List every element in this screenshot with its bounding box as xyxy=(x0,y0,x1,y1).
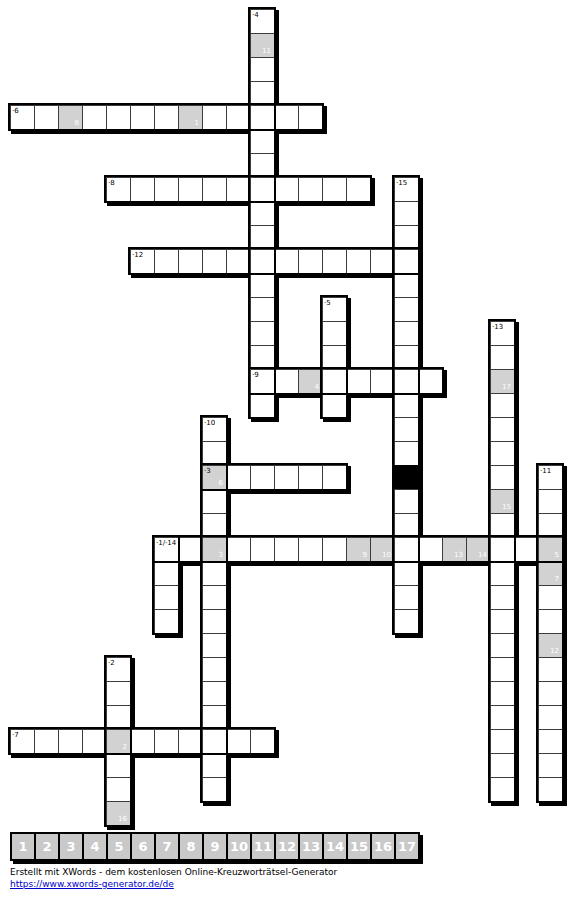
grid-cell[interactable] xyxy=(298,177,323,202)
grid-cell[interactable] xyxy=(130,729,155,754)
grid-cell[interactable] xyxy=(106,753,131,778)
grid-cell[interactable] xyxy=(202,705,227,730)
grid-cell[interactable] xyxy=(202,441,227,466)
solution-letter-cell[interactable] xyxy=(298,369,323,394)
grid-cell[interactable] xyxy=(322,297,347,322)
grid-cell[interactable] xyxy=(250,81,275,106)
grid-cell[interactable] xyxy=(274,177,299,202)
grid-cell[interactable] xyxy=(106,705,131,730)
grid-cell[interactable] xyxy=(130,105,155,130)
grid-cell[interactable] xyxy=(106,105,131,130)
grid-cell[interactable] xyxy=(226,249,251,274)
grid-cell[interactable] xyxy=(58,729,83,754)
grid-cell[interactable] xyxy=(322,369,347,394)
solution-bar-cell-15[interactable]: 15 xyxy=(346,832,372,861)
solution-letter-cell[interactable] xyxy=(538,561,563,586)
grid-cell[interactable] xyxy=(250,465,275,490)
black-cell xyxy=(394,465,419,490)
grid-cell[interactable] xyxy=(394,369,419,394)
grid-cell[interactable] xyxy=(202,609,227,634)
solution-bar-cell-6[interactable]: 6 xyxy=(130,832,156,861)
grid-cell[interactable] xyxy=(490,465,515,490)
grid-cell[interactable] xyxy=(322,249,347,274)
grid-cell[interactable] xyxy=(130,249,155,274)
grid-cell[interactable] xyxy=(250,321,275,346)
solution-letter-cell[interactable] xyxy=(178,105,203,130)
grid-cell[interactable] xyxy=(178,177,203,202)
grid-cell[interactable] xyxy=(394,513,419,538)
grid-cell[interactable] xyxy=(490,729,515,754)
grid-cell[interactable] xyxy=(490,417,515,442)
solution-bar-cell-17[interactable]: 17 xyxy=(394,832,420,861)
grid-cell[interactable] xyxy=(490,321,515,346)
grid-cell[interactable] xyxy=(490,513,515,538)
solution-bar-cell-11[interactable]: 11 xyxy=(250,832,276,861)
grid-cell[interactable] xyxy=(250,201,275,226)
grid-cell[interactable] xyxy=(394,561,419,586)
grid-cell[interactable] xyxy=(250,729,275,754)
crossword-board: ·4·6·8·15·12·5·13·9·10·3·11·1/·14·2·7118… xyxy=(0,0,570,898)
grid-cell[interactable] xyxy=(394,393,419,418)
grid-cell[interactable] xyxy=(394,201,419,226)
grid-cell[interactable] xyxy=(154,585,179,610)
grid-cell[interactable] xyxy=(322,321,347,346)
solution-bar-cell-10[interactable]: 10 xyxy=(226,832,252,861)
solution-letter-cell[interactable] xyxy=(538,633,563,658)
solution-letter-cell[interactable] xyxy=(442,537,467,562)
grid-cell[interactable] xyxy=(10,729,35,754)
grid-cell[interactable] xyxy=(490,441,515,466)
grid-cell[interactable] xyxy=(178,729,203,754)
grid-cell[interactable] xyxy=(298,537,323,562)
grid-cell[interactable] xyxy=(346,249,371,274)
solution-letter-cell[interactable] xyxy=(202,465,227,490)
grid-cell[interactable] xyxy=(202,489,227,514)
solution-bar: 1234567891011121314151617 xyxy=(10,832,420,861)
grid-cell[interactable] xyxy=(394,273,419,298)
grid-cell[interactable] xyxy=(154,105,179,130)
grid-cell[interactable] xyxy=(490,753,515,778)
grid-cell[interactable] xyxy=(226,105,251,130)
grid-cell[interactable] xyxy=(490,393,515,418)
grid-cell[interactable] xyxy=(322,345,347,370)
grid-cell[interactable] xyxy=(202,753,227,778)
grid-cell[interactable] xyxy=(154,729,179,754)
grid-cell[interactable] xyxy=(106,681,131,706)
grid-cell[interactable] xyxy=(298,249,323,274)
grid-cell[interactable] xyxy=(538,753,563,778)
grid-cell[interactable] xyxy=(346,369,371,394)
grid-cell[interactable] xyxy=(226,537,251,562)
solution-bar-cell-12[interactable]: 12 xyxy=(274,832,300,861)
grid-cell[interactable] xyxy=(394,417,419,442)
grid-cell[interactable] xyxy=(154,561,179,586)
grid-cell[interactable] xyxy=(322,537,347,562)
grid-cell[interactable] xyxy=(202,777,227,802)
solution-letter-cell[interactable] xyxy=(466,537,491,562)
grid-cell[interactable] xyxy=(106,657,131,682)
grid-cell[interactable] xyxy=(322,465,347,490)
grid-cell[interactable] xyxy=(202,633,227,658)
grid-cell[interactable] xyxy=(394,585,419,610)
grid-cell[interactable] xyxy=(538,585,563,610)
grid-cell[interactable] xyxy=(202,681,227,706)
solution-bar-cell-16[interactable]: 16 xyxy=(370,832,396,861)
grid-cell[interactable] xyxy=(250,153,275,178)
grid-cell[interactable] xyxy=(250,129,275,154)
grid-cell[interactable] xyxy=(250,249,275,274)
grid-cell[interactable] xyxy=(178,537,203,562)
grid-cell[interactable] xyxy=(322,393,347,418)
grid-cell[interactable] xyxy=(154,537,179,562)
grid-cell[interactable] xyxy=(10,105,35,130)
grid-cell[interactable] xyxy=(370,249,395,274)
grid-cell[interactable] xyxy=(490,345,515,370)
grid-cell[interactable] xyxy=(202,729,227,754)
grid-cell[interactable] xyxy=(538,513,563,538)
grid-cell[interactable] xyxy=(34,729,59,754)
grid-cell[interactable] xyxy=(202,561,227,586)
grid-cell[interactable] xyxy=(346,177,371,202)
solution-bar-cell-14[interactable]: 14 xyxy=(322,832,348,861)
grid-cell[interactable] xyxy=(490,537,515,562)
grid-cell[interactable] xyxy=(394,297,419,322)
grid-cell[interactable] xyxy=(370,369,395,394)
solution-bar-cell-3[interactable]: 3 xyxy=(58,832,84,861)
grid-cell[interactable] xyxy=(250,393,275,418)
grid-cell[interactable] xyxy=(250,9,275,34)
grid-cell[interactable] xyxy=(322,177,347,202)
solution-letter-cell[interactable] xyxy=(490,489,515,514)
grid-cell[interactable] xyxy=(106,177,131,202)
grid-cell[interactable] xyxy=(202,177,227,202)
grid-cell[interactable] xyxy=(490,705,515,730)
grid-cell[interactable] xyxy=(202,249,227,274)
grid-cell[interactable] xyxy=(34,105,59,130)
grid-cell[interactable] xyxy=(250,345,275,370)
grid-cell[interactable] xyxy=(418,369,443,394)
grid-cell[interactable] xyxy=(538,657,563,682)
generator-link[interactable]: https://www.xwords-generator.de/de xyxy=(10,879,174,890)
grid-cell[interactable] xyxy=(226,177,251,202)
grid-cell[interactable] xyxy=(250,369,275,394)
grid-cell[interactable] xyxy=(394,441,419,466)
grid-cell[interactable] xyxy=(202,513,227,538)
grid-cell[interactable] xyxy=(394,321,419,346)
grid-cell[interactable] xyxy=(298,465,323,490)
grid-cell[interactable] xyxy=(538,705,563,730)
grid-cell[interactable] xyxy=(490,561,515,586)
grid-cell[interactable] xyxy=(394,609,419,634)
grid-cell[interactable] xyxy=(250,177,275,202)
grid-cell[interactable] xyxy=(490,777,515,802)
grid-cell[interactable] xyxy=(154,249,179,274)
grid-cell[interactable] xyxy=(250,105,275,130)
solution-letter-cell[interactable] xyxy=(250,33,275,58)
solution-bar-cell-5[interactable]: 5 xyxy=(106,832,132,861)
solution-letter-cell[interactable] xyxy=(106,801,131,826)
grid-cell[interactable] xyxy=(250,297,275,322)
solution-letter-cell[interactable] xyxy=(202,537,227,562)
solution-bar-cell-8[interactable]: 8 xyxy=(178,832,204,861)
grid-cell[interactable] xyxy=(394,177,419,202)
grid-cell[interactable] xyxy=(274,105,299,130)
grid-cell[interactable] xyxy=(130,177,155,202)
grid-cell[interactable] xyxy=(250,57,275,82)
grid-cell[interactable] xyxy=(394,345,419,370)
grid-cell[interactable] xyxy=(418,537,443,562)
grid-cell[interactable] xyxy=(490,585,515,610)
grid-cell[interactable] xyxy=(154,609,179,634)
grid-cell[interactable] xyxy=(178,249,203,274)
solution-letter-cell[interactable] xyxy=(106,729,131,754)
solution-bar-cell-1[interactable]: 1 xyxy=(10,832,36,861)
solution-bar-cell-13[interactable]: 13 xyxy=(298,832,324,861)
solution-bar-cell-2[interactable]: 2 xyxy=(34,832,60,861)
grid-cell[interactable] xyxy=(490,609,515,634)
grid-cell[interactable] xyxy=(538,489,563,514)
grid-cell[interactable] xyxy=(514,537,539,562)
solution-letter-cell[interactable] xyxy=(370,537,395,562)
generator-credit-text: Erstellt mit XWords - dem kostenlosen On… xyxy=(10,867,337,878)
grid-cell[interactable] xyxy=(538,609,563,634)
solution-letter-cell[interactable] xyxy=(538,537,563,562)
grid-cell[interactable] xyxy=(394,249,419,274)
grid-cell[interactable] xyxy=(250,537,275,562)
solution-letter-cell[interactable] xyxy=(58,105,83,130)
grid-cell[interactable] xyxy=(274,537,299,562)
grid-cell[interactable] xyxy=(274,369,299,394)
grid-cell[interactable] xyxy=(202,105,227,130)
grid-cell[interactable] xyxy=(538,465,563,490)
grid-cell[interactable] xyxy=(202,417,227,442)
grid-cell[interactable] xyxy=(82,105,107,130)
grid-cell[interactable] xyxy=(274,249,299,274)
grid-cell[interactable] xyxy=(154,177,179,202)
grid-cell[interactable] xyxy=(106,777,131,802)
solution-bar-cell-4[interactable]: 4 xyxy=(82,832,108,861)
grid-cell[interactable] xyxy=(538,777,563,802)
grid-cell[interactable] xyxy=(394,225,419,250)
grid-cell[interactable] xyxy=(202,585,227,610)
grid-cell[interactable] xyxy=(82,729,107,754)
solution-letter-cell[interactable] xyxy=(346,537,371,562)
solution-letter-cell[interactable] xyxy=(490,369,515,394)
grid-cell[interactable] xyxy=(394,537,419,562)
grid-cell[interactable] xyxy=(202,657,227,682)
grid-cell[interactable] xyxy=(538,729,563,754)
grid-cell[interactable] xyxy=(226,465,251,490)
grid-cell[interactable] xyxy=(250,225,275,250)
solution-bar-cell-9[interactable]: 9 xyxy=(202,832,228,861)
grid-cell[interactable] xyxy=(490,657,515,682)
grid-cell[interactable] xyxy=(250,273,275,298)
grid-cell[interactable] xyxy=(394,489,419,514)
grid-cell[interactable] xyxy=(490,633,515,658)
solution-bar-cell-7[interactable]: 7 xyxy=(154,832,180,861)
grid-cell[interactable] xyxy=(298,105,323,130)
grid-cell[interactable] xyxy=(538,681,563,706)
grid-cell[interactable] xyxy=(274,465,299,490)
grid-cell[interactable] xyxy=(226,729,251,754)
grid-cell[interactable] xyxy=(490,681,515,706)
